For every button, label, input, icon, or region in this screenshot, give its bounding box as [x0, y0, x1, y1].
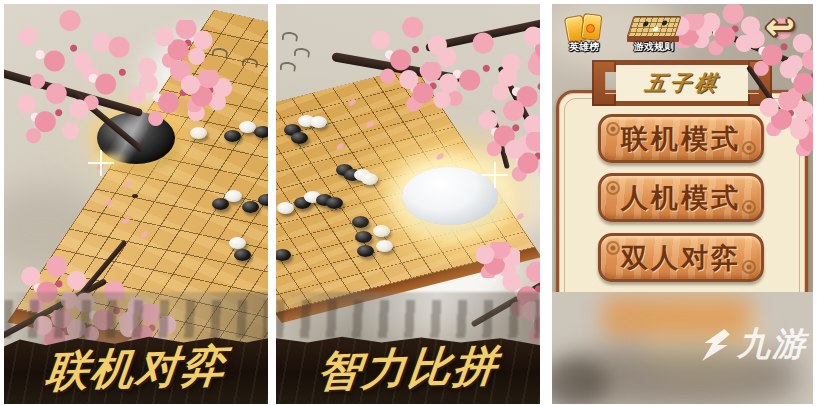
caption-intelligence: 智力比拼	[276, 335, 540, 402]
black-stone	[352, 216, 369, 228]
promo-panel-online-play: 联机对弈	[4, 4, 268, 404]
two-player-mode-button[interactable]: 双人对弈	[598, 233, 764, 282]
online-mode-button[interactable]: 联机模式	[598, 114, 764, 163]
trophy-badge-icon	[586, 24, 595, 33]
vs-ai-mode-button[interactable]: 人机模式	[598, 173, 764, 222]
nine-game-logo-icon	[699, 328, 733, 362]
white-stone	[239, 121, 256, 133]
black-stone	[291, 132, 308, 144]
game-title: 五子棋	[643, 69, 722, 97]
white-stone	[229, 237, 246, 249]
online-mode-label: 联机模式	[621, 121, 741, 157]
black-stone	[326, 197, 343, 209]
white-stone	[310, 116, 327, 128]
blossom-cluster	[522, 20, 540, 66]
black-stone	[234, 249, 251, 261]
black-stone	[224, 130, 241, 142]
white-stone	[361, 173, 378, 185]
spiral-ornament-icon	[606, 181, 620, 195]
promo-collage: 联机对弈 智力比拼 五子棋 联机模式 人机模式	[0, 0, 817, 406]
bird-decoration	[280, 61, 297, 72]
caption-online-play: 联机对弈	[4, 335, 268, 402]
banner-bracket-left	[592, 60, 616, 106]
blossom-cluster	[180, 70, 232, 112]
black-stone	[212, 198, 229, 210]
blossom-cluster	[790, 116, 813, 156]
black-stone	[357, 245, 374, 257]
mini-go-board-icon	[626, 16, 681, 38]
banner-scroll: 五子棋	[616, 60, 748, 106]
white-stone	[376, 240, 393, 252]
vs-ai-mode-label: 人机模式	[621, 180, 741, 216]
star-point	[132, 194, 138, 198]
white-stone	[277, 202, 294, 214]
black-stone	[355, 231, 372, 243]
blossom-cluster	[396, 62, 460, 112]
blossom-cluster	[10, 82, 94, 146]
back-button[interactable]: ↩	[755, 4, 805, 48]
spiral-ornament-icon	[742, 260, 756, 274]
leaderboard-label: 英雄榜	[552, 40, 616, 54]
glow-sparkle-icon	[482, 162, 508, 188]
glow-sparkle-icon	[88, 150, 114, 176]
black-stone	[276, 249, 291, 261]
menu-screen: 五子棋 联机模式 人机模式 双人对弈 英雄榜	[552, 4, 813, 404]
two-player-mode-label: 双人对弈	[621, 240, 741, 276]
blossom-cluster	[152, 20, 214, 68]
spiral-ornament-icon	[742, 141, 756, 155]
promo-panel-intelligence: 智力比拼	[276, 4, 540, 404]
spiral-ornament-icon	[606, 241, 620, 255]
spiral-ornament-icon	[606, 122, 620, 136]
game-rules-label: 游戏规则	[618, 40, 690, 54]
watermark: 九游	[699, 322, 807, 367]
blossom-cluster	[476, 242, 520, 278]
black-stone	[242, 201, 259, 213]
black-stone	[254, 126, 269, 138]
bird-decoration	[294, 47, 311, 58]
bird-decoration	[282, 31, 299, 42]
white-stone	[373, 225, 390, 237]
spiral-ornament-icon	[742, 200, 756, 214]
watermark-text: 九游	[737, 322, 807, 367]
top-bar: 英雄榜 游戏规则 ↩	[552, 4, 813, 60]
